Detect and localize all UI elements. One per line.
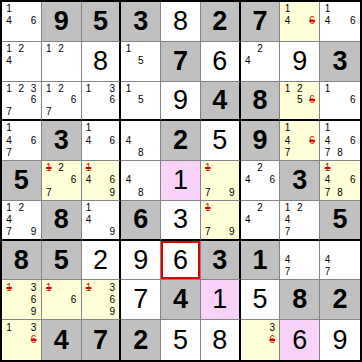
- candidate-4: 4: [281, 214, 293, 226]
- candidate-9: 9: [106, 306, 118, 318]
- pencil-marks: 246: [242, 162, 279, 199]
- solved-digit: 3: [173, 206, 188, 233]
- cell-r9c4[interactable]: 2: [121, 320, 161, 360]
- candidate-6: 6: [28, 135, 40, 147]
- solved-digit: 9: [292, 48, 307, 75]
- empty-mark: [67, 43, 79, 55]
- empty-mark: [346, 122, 359, 134]
- empty-mark: [242, 162, 254, 174]
- empty-mark: [281, 94, 293, 106]
- cell-r5c4[interactable]: 48: [121, 161, 161, 201]
- cell-r7c4[interactable]: 9: [121, 241, 161, 281]
- empty-mark: [321, 28, 334, 40]
- given-digit: 3: [133, 8, 148, 35]
- cell-r1c5[interactable]: 8: [161, 2, 201, 42]
- cell-r5c6[interactable]: 179: [201, 161, 241, 201]
- candidate-1: 1: [3, 321, 15, 334]
- given-digit: 7: [93, 327, 108, 354]
- cell-r9c9[interactable]: 9: [320, 320, 360, 360]
- cell-r8c3[interactable]: 1369: [82, 280, 122, 320]
- candidate-6: 6: [346, 94, 359, 106]
- candidate-4: 4: [122, 174, 134, 186]
- empty-mark: [55, 306, 67, 318]
- eliminated-candidate-1: 1: [83, 162, 95, 174]
- candidate-3: 3: [28, 321, 40, 334]
- cell-r9c8[interactable]: 6: [280, 320, 320, 360]
- cell-r7c5[interactable]: 6: [161, 241, 201, 281]
- candidate-6: 6: [346, 174, 359, 186]
- cell-r8c1[interactable]: 1369: [2, 280, 42, 320]
- empty-mark: [294, 15, 306, 27]
- empty-mark: [83, 306, 95, 318]
- pencil-marks: 146: [83, 122, 119, 159]
- empty-mark: [346, 106, 359, 118]
- eliminated-candidate-1: 1: [83, 281, 95, 293]
- sudoku-board: 1469538271461461241281576249312367126713…: [0, 0, 362, 362]
- empty-mark: [15, 94, 27, 106]
- empty-mark: [321, 106, 334, 118]
- candidate-1: 1: [321, 83, 334, 95]
- candidate-2: 2: [15, 43, 27, 55]
- empty-mark: [346, 83, 359, 95]
- empty-mark: [15, 3, 27, 15]
- eliminated-candidate-6: 6: [306, 15, 318, 27]
- candidate-9: 9: [226, 187, 238, 199]
- cell-r3c5[interactable]: 9: [161, 82, 201, 122]
- cell-r7c2[interactable]: 5: [42, 241, 82, 281]
- empty-mark: [242, 334, 254, 347]
- cell-r4c6[interactable]: 5: [201, 121, 241, 161]
- empty-mark: [55, 94, 67, 106]
- empty-mark: [266, 162, 278, 174]
- cell-r9c2[interactable]: 4: [42, 320, 82, 360]
- candidate-8: 8: [334, 147, 347, 159]
- pencil-marks: 1467: [3, 122, 40, 159]
- candidate-7: 7: [202, 187, 214, 199]
- cell-r6c5[interactable]: 3: [161, 201, 201, 241]
- pencil-marks: 1256: [281, 83, 318, 119]
- empty-mark: [94, 187, 106, 199]
- candidate-7: 7: [321, 266, 334, 278]
- given-digit: 2: [333, 286, 348, 313]
- pencil-marks: 16: [321, 83, 359, 119]
- cell-r4c1[interactable]: 1467: [2, 121, 42, 161]
- candidate-1: 1: [122, 83, 134, 95]
- cell-r8c9[interactable]: 2: [320, 280, 360, 320]
- candidate-2: 2: [15, 83, 27, 95]
- candidate-1: 1: [321, 122, 334, 134]
- eliminated-candidate-6: 6: [306, 94, 318, 106]
- empty-mark: [55, 67, 67, 79]
- empty-mark: [55, 55, 67, 67]
- pencil-marks: 36: [242, 321, 279, 359]
- given-digit: 5: [93, 8, 108, 35]
- cell-r7c8[interactable]: 47: [280, 241, 320, 281]
- given-digit: 2: [173, 127, 188, 154]
- empty-mark: [294, 3, 306, 15]
- empty-mark: [346, 28, 359, 40]
- empty-mark: [106, 202, 118, 214]
- pencil-marks: 12367: [3, 83, 40, 119]
- solved-digit: 1: [173, 167, 188, 194]
- empty-mark: [83, 226, 95, 238]
- empty-mark: [214, 174, 226, 186]
- candidate-4: 4: [122, 135, 134, 147]
- empty-mark: [15, 147, 27, 159]
- empty-mark: [83, 294, 95, 306]
- cell-r3c7[interactable]: 8: [241, 82, 281, 122]
- candidate-3: 3: [266, 321, 278, 334]
- empty-mark: [226, 214, 238, 226]
- pencil-marks: 12: [43, 43, 80, 80]
- empty-mark: [3, 94, 15, 106]
- given-digit: 8: [292, 286, 307, 313]
- pencil-marks: 1467: [281, 122, 318, 159]
- cell-r1c8[interactable]: 146: [280, 2, 320, 42]
- candidate-7: 7: [3, 226, 15, 238]
- empty-mark: [94, 94, 106, 106]
- candidate-7: 7: [3, 147, 15, 159]
- cell-r3c3[interactable]: 136: [82, 82, 122, 122]
- pencil-marks: 48: [122, 122, 159, 159]
- candidate-4: 4: [281, 254, 293, 266]
- candidate-6: 6: [346, 135, 359, 147]
- empty-mark: [266, 55, 278, 67]
- empty-mark: [83, 187, 95, 199]
- given-digit: 7: [253, 8, 268, 35]
- pencil-marks: 146: [3, 3, 40, 40]
- candidate-6: 6: [28, 294, 40, 306]
- candidate-1: 1: [43, 43, 55, 55]
- eliminated-candidate-6: 6: [306, 135, 318, 147]
- cell-r6c1[interactable]: 12479: [2, 201, 42, 241]
- cell-r4c7[interactable]: 9: [241, 121, 281, 161]
- empty-mark: [321, 242, 334, 254]
- empty-mark: [147, 122, 159, 134]
- empty-mark: [3, 67, 15, 79]
- candidate-2: 2: [15, 202, 27, 214]
- empty-mark: [28, 147, 40, 159]
- empty-mark: [106, 147, 118, 159]
- cell-r2c9[interactable]: 3: [320, 42, 360, 82]
- cell-r7c6[interactable]: 3: [201, 241, 241, 281]
- empty-mark: [135, 67, 147, 79]
- eliminated-candidate-1: 1: [202, 202, 214, 214]
- candidate-9: 9: [28, 306, 40, 318]
- cell-r3c9[interactable]: 16: [320, 82, 360, 122]
- candidate-9: 9: [226, 226, 238, 238]
- cell-r4c3[interactable]: 146: [82, 121, 122, 161]
- cell-r1c1[interactable]: 146: [2, 2, 42, 42]
- candidate-4: 4: [242, 55, 254, 67]
- candidate-4: 4: [3, 55, 15, 67]
- cell-r2c3[interactable]: 8: [82, 42, 122, 82]
- pencil-marks: 47: [321, 242, 359, 279]
- cell-r5c5[interactable]: 1: [161, 161, 201, 201]
- cell-r7c3[interactable]: 2: [82, 241, 122, 281]
- given-digit: 5: [14, 167, 29, 194]
- empty-mark: [135, 122, 147, 134]
- candidate-3: 3: [106, 281, 118, 293]
- empty-mark: [135, 43, 147, 55]
- candidate-7: 7: [321, 147, 334, 159]
- empty-mark: [122, 67, 134, 79]
- cell-r6c6[interactable]: 179: [201, 201, 241, 241]
- cell-r7c7[interactable]: 1: [241, 241, 281, 281]
- empty-mark: [147, 55, 159, 67]
- empty-mark: [346, 266, 359, 278]
- empty-mark: [266, 67, 278, 79]
- cell-r1c2[interactable]: 9: [42, 2, 82, 42]
- empty-mark: [122, 147, 134, 159]
- cell-r7c9[interactable]: 47: [320, 241, 360, 281]
- cell-r8c5[interactable]: 4: [161, 280, 201, 320]
- empty-mark: [15, 321, 27, 334]
- cell-r4c2[interactable]: 3: [42, 121, 82, 161]
- empty-mark: [94, 147, 106, 159]
- empty-mark: [306, 147, 318, 159]
- empty-mark: [346, 3, 359, 15]
- empty-mark: [334, 83, 347, 95]
- empty-mark: [346, 147, 359, 159]
- candidate-4: 4: [83, 135, 95, 147]
- empty-mark: [15, 294, 27, 306]
- empty-mark: [15, 346, 27, 359]
- candidate-6: 6: [346, 15, 359, 27]
- cell-r8c7[interactable]: 5: [241, 280, 281, 320]
- empty-mark: [334, 15, 347, 27]
- empty-mark: [67, 187, 79, 199]
- empty-mark: [28, 346, 40, 359]
- empty-mark: [15, 214, 27, 226]
- empty-mark: [94, 83, 106, 95]
- empty-mark: [334, 162, 347, 174]
- given-digit: 8: [14, 247, 29, 274]
- solved-digit: 9: [333, 327, 348, 354]
- cell-r2c1[interactable]: 124: [2, 42, 42, 82]
- cell-r8c6[interactable]: 1: [201, 280, 241, 320]
- candidate-1: 1: [83, 202, 95, 214]
- empty-mark: [334, 135, 347, 147]
- empty-mark: [147, 174, 159, 186]
- empty-mark: [346, 254, 359, 266]
- empty-mark: [254, 226, 266, 238]
- empty-mark: [135, 106, 147, 118]
- cell-r9c6[interactable]: 8: [201, 320, 241, 360]
- eliminated-candidate-6: 6: [28, 334, 40, 347]
- pencil-marks: 146: [281, 3, 318, 40]
- cell-r9c1[interactable]: 136: [2, 320, 42, 360]
- given-digit: 4: [173, 286, 188, 313]
- cell-r5c3[interactable]: 1469: [82, 161, 122, 201]
- empty-mark: [242, 226, 254, 238]
- empty-mark: [147, 187, 159, 199]
- pencil-marks: 48: [122, 162, 159, 199]
- empty-mark: [67, 83, 79, 95]
- cell-r9c7[interactable]: 36: [241, 320, 281, 360]
- solved-digit: 6: [173, 247, 188, 274]
- empty-mark: [254, 346, 266, 359]
- cell-r7c1[interactable]: 8: [2, 241, 42, 281]
- candidate-2: 2: [294, 83, 306, 95]
- solved-digit: 7: [133, 286, 148, 313]
- empty-mark: [106, 162, 118, 174]
- empty-mark: [28, 43, 40, 55]
- empty-mark: [294, 147, 306, 159]
- cell-r1c4[interactable]: 3: [121, 2, 161, 42]
- empty-mark: [346, 162, 359, 174]
- cell-r2c5[interactable]: 7: [161, 42, 201, 82]
- cell-r5c2[interactable]: 1267: [42, 161, 82, 201]
- candidate-6: 6: [67, 174, 79, 186]
- empty-mark: [106, 214, 118, 226]
- empty-mark: [306, 122, 318, 134]
- cell-r1c7[interactable]: 7: [241, 2, 281, 42]
- candidate-1: 1: [3, 83, 15, 95]
- empty-mark: [334, 122, 347, 134]
- cell-r3c1[interactable]: 12367: [2, 82, 42, 122]
- candidate-7: 7: [43, 187, 55, 199]
- candidate-7: 7: [202, 226, 214, 238]
- empty-mark: [122, 106, 134, 118]
- empty-mark: [281, 106, 293, 118]
- empty-mark: [135, 162, 147, 174]
- candidate-1: 1: [3, 43, 15, 55]
- empty-mark: [242, 187, 254, 199]
- pencil-marks: 1369: [3, 281, 40, 318]
- empty-mark: [122, 122, 134, 134]
- empty-mark: [3, 346, 15, 359]
- candidate-2: 2: [254, 43, 266, 55]
- cell-r6c7[interactable]: 24: [241, 201, 281, 241]
- candidate-2: 2: [55, 162, 67, 174]
- candidate-8: 8: [135, 187, 147, 199]
- cell-r3c4[interactable]: 15: [121, 82, 161, 122]
- pencil-marks: 47: [281, 242, 318, 279]
- empty-mark: [242, 346, 254, 359]
- cell-r5c7[interactable]: 246: [241, 161, 281, 201]
- empty-mark: [226, 174, 238, 186]
- given-digit: 3: [292, 167, 307, 194]
- cell-r6c2[interactable]: 8: [42, 201, 82, 241]
- empty-mark: [147, 135, 159, 147]
- cell-r4c9[interactable]: 14678: [320, 121, 360, 161]
- cell-r6c4[interactable]: 6: [121, 201, 161, 241]
- given-digit: 3: [212, 247, 227, 274]
- empty-mark: [28, 106, 40, 118]
- candidate-5: 5: [294, 94, 306, 106]
- candidate-6: 6: [266, 174, 278, 186]
- cell-r2c7[interactable]: 24: [241, 42, 281, 82]
- pencil-marks: 149: [83, 202, 119, 238]
- solved-digit: 6: [212, 48, 227, 75]
- cell-r5c9[interactable]: 14678: [320, 161, 360, 201]
- candidate-4: 4: [281, 15, 293, 27]
- empty-mark: [266, 202, 278, 214]
- empty-mark: [147, 67, 159, 79]
- empty-mark: [294, 254, 306, 266]
- empty-mark: [43, 55, 55, 67]
- pencil-marks: 16: [43, 281, 80, 318]
- cell-r3c2[interactable]: 1267: [42, 82, 82, 122]
- cell-r2c2[interactable]: 12: [42, 42, 82, 82]
- cell-r9c3[interactable]: 7: [82, 320, 122, 360]
- eliminated-candidate-6: 6: [266, 334, 278, 347]
- cell-r1c3[interactable]: 5: [82, 2, 122, 42]
- pencil-marks: 1369: [83, 281, 119, 318]
- empty-mark: [306, 226, 318, 238]
- candidate-6: 6: [106, 135, 118, 147]
- cell-r8c8[interactable]: 8: [280, 280, 320, 320]
- given-digit: 6: [133, 206, 148, 233]
- cell-r3c6[interactable]: 4: [201, 82, 241, 122]
- candidate-7: 7: [281, 147, 293, 159]
- empty-mark: [294, 242, 306, 254]
- empty-mark: [147, 162, 159, 174]
- cell-r6c3[interactable]: 149: [82, 201, 122, 241]
- eliminated-candidate-1: 1: [202, 162, 214, 174]
- cell-r4c4[interactable]: 48: [121, 121, 161, 161]
- empty-mark: [334, 106, 347, 118]
- empty-mark: [55, 294, 67, 306]
- cell-r2c8[interactable]: 9: [280, 42, 320, 82]
- empty-mark: [94, 106, 106, 118]
- cell-r6c8[interactable]: 1247: [280, 201, 320, 241]
- empty-mark: [83, 147, 95, 159]
- cell-r5c1[interactable]: 5: [2, 161, 42, 201]
- candidate-2: 2: [254, 162, 266, 174]
- empty-mark: [214, 202, 226, 214]
- empty-mark: [306, 83, 318, 95]
- cell-r4c5[interactable]: 2: [161, 121, 201, 161]
- empty-mark: [147, 147, 159, 159]
- given-digit: 4: [212, 87, 227, 114]
- given-digit: 2: [133, 327, 148, 354]
- empty-mark: [43, 306, 55, 318]
- candidate-7: 7: [43, 106, 55, 118]
- cell-r5c8[interactable]: 3: [280, 161, 320, 201]
- candidate-1: 1: [122, 43, 134, 55]
- cell-r1c6[interactable]: 2: [201, 2, 241, 42]
- empty-mark: [135, 174, 147, 186]
- given-digit: 1: [253, 247, 268, 274]
- cell-r9c5[interactable]: 5: [161, 320, 201, 360]
- empty-mark: [306, 28, 318, 40]
- empty-mark: [147, 94, 159, 106]
- pencil-marks: 15: [122, 83, 159, 119]
- cell-r1c9[interactable]: 146: [320, 2, 360, 42]
- empty-mark: [28, 202, 40, 214]
- cell-r2c4[interactable]: 15: [121, 42, 161, 82]
- candidate-4: 4: [321, 254, 334, 266]
- cell-r2c6[interactable]: 6: [201, 42, 241, 82]
- empty-mark: [281, 242, 293, 254]
- candidate-1: 1: [281, 83, 293, 95]
- empty-mark: [254, 214, 266, 226]
- cell-r4c8[interactable]: 1467: [280, 121, 320, 161]
- empty-mark: [43, 94, 55, 106]
- empty-mark: [147, 106, 159, 118]
- empty-mark: [214, 214, 226, 226]
- cell-r6c9[interactable]: 5: [320, 201, 360, 241]
- cell-r8c4[interactable]: 7: [121, 280, 161, 320]
- empty-mark: [306, 254, 318, 266]
- cell-r3c8[interactable]: 1256: [280, 82, 320, 122]
- cell-r8c2[interactable]: 16: [42, 280, 82, 320]
- candidate-4: 4: [242, 174, 254, 186]
- candidate-6: 6: [28, 94, 40, 106]
- empty-mark: [294, 226, 306, 238]
